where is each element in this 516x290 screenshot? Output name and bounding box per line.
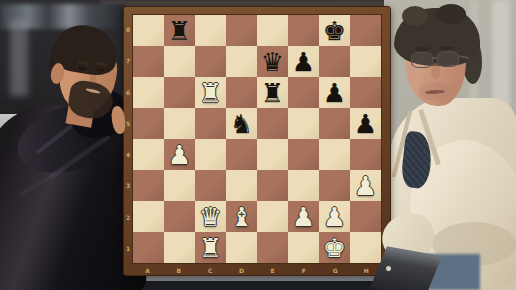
square-d8 <box>226 15 257 46</box>
white-queen-c2: ♛ <box>199 204 222 230</box>
white-king-g1: ♚ <box>323 235 346 261</box>
right-player-head <box>394 6 484 114</box>
white-pawn-b4: ♟ <box>168 142 191 168</box>
rank-label-4: 4 <box>124 139 132 170</box>
right-player-eyebrow <box>415 47 431 51</box>
square-h5: ♟ <box>350 108 381 139</box>
square-b8: ♜ <box>164 15 195 46</box>
glasses-bridge <box>432 57 438 59</box>
square-a4 <box>133 139 164 170</box>
square-g3 <box>319 170 350 201</box>
square-e5 <box>257 108 288 139</box>
square-c7 <box>195 46 226 77</box>
glasses-left-lens <box>411 52 433 68</box>
square-d1 <box>226 232 257 263</box>
square-d7 <box>226 46 257 77</box>
square-d2: ♝ <box>226 201 257 232</box>
square-e7: ♛ <box>257 46 288 77</box>
board-squares: ♜♚♛♟♜♜♟♞♟♟♟♛♝♟♟♜♚ <box>132 14 382 264</box>
right-player-eyebrow <box>439 46 455 50</box>
white-pawn-f2: ♟ <box>292 204 315 230</box>
square-c1: ♜ <box>195 232 226 263</box>
square-a5 <box>133 108 164 139</box>
rank-label-7: 7 <box>124 45 132 76</box>
square-c8 <box>195 15 226 46</box>
rank-label-6: 6 <box>124 77 132 108</box>
square-e2 <box>257 201 288 232</box>
square-d3 <box>226 170 257 201</box>
square-h1 <box>350 232 381 263</box>
right-player-hair-curl <box>402 6 428 26</box>
square-e8 <box>257 15 288 46</box>
square-g4 <box>319 139 350 170</box>
file-label-f: F <box>288 264 319 277</box>
square-a3 <box>133 170 164 201</box>
rank-label-8: 8 <box>124 14 132 45</box>
black-rook-e6: ♜ <box>261 80 284 106</box>
square-f5 <box>288 108 319 139</box>
square-e4 <box>257 139 288 170</box>
square-h8 <box>350 15 381 46</box>
table-front <box>104 281 398 290</box>
right-player-nose <box>431 63 440 79</box>
square-e1 <box>257 232 288 263</box>
square-b2 <box>164 201 195 232</box>
right-player-hair-curl <box>436 4 466 24</box>
white-pawn-g2: ♟ <box>323 204 346 230</box>
square-d6 <box>226 77 257 108</box>
square-b6 <box>164 77 195 108</box>
black-king-g8: ♚ <box>323 18 346 44</box>
square-g1: ♚ <box>319 232 350 263</box>
glasses-right-lens <box>437 51 459 67</box>
square-c5 <box>195 108 226 139</box>
square-b4: ♟ <box>164 139 195 170</box>
file-label-a: A <box>132 264 163 277</box>
square-g8: ♚ <box>319 15 350 46</box>
square-g7 <box>319 46 350 77</box>
square-h4 <box>350 139 381 170</box>
square-f7: ♟ <box>288 46 319 77</box>
black-pawn-f7: ♟ <box>292 49 315 75</box>
square-g2: ♟ <box>319 201 350 232</box>
white-rook-c1: ♜ <box>199 235 222 261</box>
square-c2: ♛ <box>195 201 226 232</box>
square-a1 <box>133 232 164 263</box>
square-b3 <box>164 170 195 201</box>
square-f4 <box>288 139 319 170</box>
square-b5 <box>164 108 195 139</box>
square-h3: ♟ <box>350 170 381 201</box>
square-c3 <box>195 170 226 201</box>
square-e3 <box>257 170 288 201</box>
broadcast-photo-scene: 87654321 ♜♚♛♟♜♜♟♞♟♟♟♛♝♟♟♜♚ ABCDEFGH <box>0 0 516 290</box>
file-label-e: E <box>257 264 288 277</box>
rank-label-3: 3 <box>124 170 132 201</box>
square-f2: ♟ <box>288 201 319 232</box>
board-corner-dot <box>386 266 391 271</box>
square-h2 <box>350 201 381 232</box>
square-a2 <box>133 201 164 232</box>
square-g6: ♟ <box>319 77 350 108</box>
square-f6 <box>288 77 319 108</box>
square-e6: ♜ <box>257 77 288 108</box>
file-labels: ABCDEFGH <box>132 264 382 277</box>
black-rook-b8: ♜ <box>168 18 191 44</box>
white-bishop-d2: ♝ <box>230 204 253 230</box>
black-queen-e7: ♛ <box>261 49 284 75</box>
rank-labels: 87654321 <box>124 14 132 264</box>
file-label-g: G <box>320 264 351 277</box>
chess-board: 87654321 ♜♚♛♟♜♜♟♞♟♟♟♛♝♟♟♜♚ ABCDEFGH <box>123 6 391 276</box>
square-f1 <box>288 232 319 263</box>
white-rook-c6: ♜ <box>199 80 222 106</box>
black-pawn-g6: ♟ <box>323 80 346 106</box>
background-pillar <box>10 20 28 96</box>
square-h6 <box>350 77 381 108</box>
white-pawn-h3: ♟ <box>354 173 377 199</box>
square-g5 <box>319 108 350 139</box>
square-a6 <box>133 77 164 108</box>
file-label-b: B <box>163 264 194 277</box>
square-b1 <box>164 232 195 263</box>
square-h7 <box>350 46 381 77</box>
square-a7 <box>133 46 164 77</box>
black-knight-d5: ♞ <box>230 111 253 137</box>
square-b7 <box>164 46 195 77</box>
square-d5: ♞ <box>226 108 257 139</box>
square-f8 <box>288 15 319 46</box>
rank-label-1: 1 <box>124 233 132 264</box>
square-a8 <box>133 15 164 46</box>
square-c4 <box>195 139 226 170</box>
square-c6: ♜ <box>195 77 226 108</box>
rank-label-2: 2 <box>124 202 132 233</box>
black-pawn-h5: ♟ <box>354 111 377 137</box>
square-d4 <box>226 139 257 170</box>
square-f3 <box>288 170 319 201</box>
file-label-d: D <box>226 264 257 277</box>
file-label-c: C <box>195 264 226 277</box>
